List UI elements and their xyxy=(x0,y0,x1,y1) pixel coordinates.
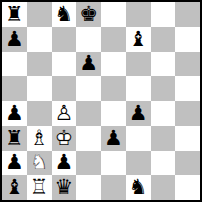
chess-board-frame: ♜♞♚♟♝♟♟♟♙♟♜♝♗♚♔♟♟♞♘♟♝♜♖♛♞ xyxy=(0,0,202,202)
square-c3[interactable]: ♚♔ xyxy=(52,126,77,151)
square-c5[interactable] xyxy=(52,76,77,101)
white-bishop-glyph: ♗ xyxy=(27,126,52,151)
square-f6[interactable] xyxy=(126,52,151,77)
black-queen-glyph: ♛ xyxy=(52,175,77,200)
white-king-glyph: ♔ xyxy=(52,126,77,151)
square-g4[interactable] xyxy=(151,101,176,126)
square-g2[interactable] xyxy=(151,151,176,176)
square-e5[interactable] xyxy=(101,76,126,101)
square-f4[interactable]: ♟ xyxy=(126,101,151,126)
square-d6[interactable]: ♟ xyxy=(76,52,101,77)
square-c2[interactable]: ♟ xyxy=(52,151,77,176)
square-a8[interactable]: ♜ xyxy=(2,2,27,27)
square-c1[interactable]: ♛ xyxy=(52,175,77,200)
black-knight-glyph: ♞ xyxy=(52,2,77,27)
square-d4[interactable] xyxy=(76,101,101,126)
square-a4[interactable]: ♟ xyxy=(2,101,27,126)
black-pawn-glyph: ♟ xyxy=(76,52,101,77)
black-rook-glyph: ♜ xyxy=(2,126,27,151)
square-a1[interactable]: ♝ xyxy=(2,175,27,200)
square-h8[interactable] xyxy=(175,2,200,27)
black-bishop-glyph: ♝ xyxy=(126,27,151,52)
piece-black-pawn[interactable]: ♟ xyxy=(2,101,27,126)
square-g7[interactable] xyxy=(151,27,176,52)
square-b3[interactable]: ♝♗ xyxy=(27,126,52,151)
square-g3[interactable] xyxy=(151,126,176,151)
white-knight-glyph: ♘ xyxy=(27,151,52,176)
white-pawn-glyph: ♙ xyxy=(52,101,77,126)
square-f7[interactable]: ♝ xyxy=(126,27,151,52)
piece-black-pawn[interactable]: ♟ xyxy=(126,101,151,126)
square-f5[interactable] xyxy=(126,76,151,101)
square-b5[interactable] xyxy=(27,76,52,101)
piece-black-pawn[interactable]: ♟ xyxy=(2,27,27,52)
square-b4[interactable] xyxy=(27,101,52,126)
piece-black-pawn[interactable]: ♟ xyxy=(2,151,27,176)
square-b2[interactable]: ♞♘ xyxy=(27,151,52,176)
piece-black-knight[interactable]: ♞ xyxy=(126,175,151,200)
chess-board: ♜♞♚♟♝♟♟♟♙♟♜♝♗♚♔♟♟♞♘♟♝♜♖♛♞ xyxy=(2,2,200,200)
piece-black-rook[interactable]: ♜ xyxy=(2,126,27,151)
black-pawn-glyph: ♟ xyxy=(2,151,27,176)
piece-black-knight[interactable]: ♞ xyxy=(52,2,77,27)
square-b1[interactable]: ♜♖ xyxy=(27,175,52,200)
piece-white-king[interactable]: ♚♔ xyxy=(52,126,77,151)
piece-white-pawn[interactable]: ♟♙ xyxy=(52,101,77,126)
square-h1[interactable] xyxy=(175,175,200,200)
black-rook-glyph: ♜ xyxy=(2,2,27,27)
square-h2[interactable] xyxy=(175,151,200,176)
piece-black-rook[interactable]: ♜ xyxy=(2,2,27,27)
square-g5[interactable] xyxy=(151,76,176,101)
piece-white-rook[interactable]: ♜♖ xyxy=(27,175,52,200)
square-e6[interactable] xyxy=(101,52,126,77)
piece-black-pawn[interactable]: ♟ xyxy=(52,151,77,176)
square-h6[interactable] xyxy=(175,52,200,77)
square-h5[interactable] xyxy=(175,76,200,101)
piece-black-bishop[interactable]: ♝ xyxy=(126,27,151,52)
piece-black-queen[interactable]: ♛ xyxy=(52,175,77,200)
square-e3[interactable]: ♟ xyxy=(101,126,126,151)
square-e2[interactable] xyxy=(101,151,126,176)
square-g6[interactable] xyxy=(151,52,176,77)
piece-black-bishop[interactable]: ♝ xyxy=(2,175,27,200)
square-e1[interactable] xyxy=(101,175,126,200)
black-king-glyph: ♚ xyxy=(76,2,101,27)
square-a3[interactable]: ♜ xyxy=(2,126,27,151)
square-e7[interactable] xyxy=(101,27,126,52)
white-rook-glyph: ♖ xyxy=(27,175,52,200)
piece-white-bishop[interactable]: ♝♗ xyxy=(27,126,52,151)
black-pawn-glyph: ♟ xyxy=(126,101,151,126)
square-d5[interactable] xyxy=(76,76,101,101)
square-c7[interactable] xyxy=(52,27,77,52)
square-d2[interactable] xyxy=(76,151,101,176)
black-knight-glyph: ♞ xyxy=(126,175,151,200)
square-h7[interactable] xyxy=(175,27,200,52)
square-d7[interactable] xyxy=(76,27,101,52)
square-a6[interactable] xyxy=(2,52,27,77)
square-a5[interactable] xyxy=(2,76,27,101)
square-f3[interactable] xyxy=(126,126,151,151)
square-a2[interactable]: ♟ xyxy=(2,151,27,176)
black-pawn-glyph: ♟ xyxy=(2,27,27,52)
square-c6[interactable] xyxy=(52,52,77,77)
square-h3[interactable] xyxy=(175,126,200,151)
square-g8[interactable] xyxy=(151,2,176,27)
black-pawn-glyph: ♟ xyxy=(2,101,27,126)
square-g1[interactable] xyxy=(151,175,176,200)
square-d1[interactable] xyxy=(76,175,101,200)
black-bishop-glyph: ♝ xyxy=(2,175,27,200)
square-b6[interactable] xyxy=(27,52,52,77)
piece-white-knight[interactable]: ♞♘ xyxy=(27,151,52,176)
square-c8[interactable]: ♞ xyxy=(52,2,77,27)
square-d3[interactable] xyxy=(76,126,101,151)
piece-black-pawn[interactable]: ♟ xyxy=(101,126,126,151)
square-c4[interactable]: ♟♙ xyxy=(52,101,77,126)
square-d8[interactable]: ♚ xyxy=(76,2,101,27)
square-b7[interactable] xyxy=(27,27,52,52)
piece-black-king[interactable]: ♚ xyxy=(76,2,101,27)
black-pawn-glyph: ♟ xyxy=(101,126,126,151)
black-pawn-glyph: ♟ xyxy=(52,151,77,176)
square-e8[interactable] xyxy=(101,2,126,27)
square-a7[interactable]: ♟ xyxy=(2,27,27,52)
square-b8[interactable] xyxy=(27,2,52,27)
square-f2[interactable] xyxy=(126,151,151,176)
piece-black-pawn[interactable]: ♟ xyxy=(76,52,101,77)
square-e4[interactable] xyxy=(101,101,126,126)
square-f1[interactable]: ♞ xyxy=(126,175,151,200)
square-f8[interactable] xyxy=(126,2,151,27)
square-h4[interactable] xyxy=(175,101,200,126)
